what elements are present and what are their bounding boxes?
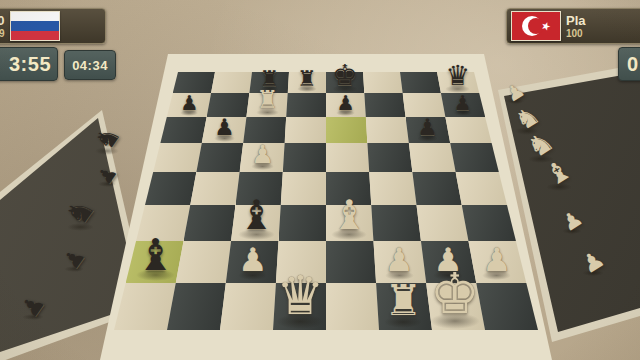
player-panel-left: yer-460 1089: [0, 8, 106, 44]
square-b8[interactable]: [211, 72, 252, 93]
square-h3[interactable]: [462, 205, 516, 241]
square-d3[interactable]: [279, 205, 326, 241]
piece-black-rook-d8[interactable]: ♜: [292, 68, 323, 90]
square-f6[interactable]: [366, 117, 409, 143]
white-secondary-clock: 04:34: [64, 50, 116, 80]
square-f7[interactable]: [364, 93, 405, 117]
player-left-name: yer-460: [0, 14, 5, 28]
square-a4[interactable]: [145, 172, 196, 205]
square-d5[interactable]: [283, 143, 326, 172]
player-left-rating: 1089: [0, 28, 5, 39]
piece-black-queen-h8[interactable]: ♛: [438, 62, 477, 90]
square-g5[interactable]: [409, 143, 456, 172]
player-right-name: Pla: [566, 14, 586, 28]
piece-white-queen-d1[interactable]: ♛: [263, 269, 338, 323]
black-clock: 0: [618, 47, 640, 81]
square-c6[interactable]: [243, 117, 286, 143]
square-h5[interactable]: [450, 143, 499, 172]
white-clock: 3:55: [0, 47, 58, 81]
square-a5[interactable]: [153, 143, 202, 172]
crescent-icon: [522, 16, 542, 36]
piece-black-king-e8[interactable]: ♚: [325, 61, 365, 90]
piece-black-bishop-c3[interactable]: ♝: [228, 195, 285, 235]
piece-black-bishop-a2[interactable]: ♝: [125, 233, 186, 277]
square-e6[interactable]: [326, 117, 367, 143]
square-a8[interactable]: [173, 72, 215, 93]
square-h6[interactable]: [445, 117, 491, 143]
square-a6[interactable]: [160, 117, 206, 143]
square-f3[interactable]: [371, 205, 421, 241]
piece-white-pawn-c5[interactable]: ♟: [245, 142, 280, 167]
square-g3[interactable]: [416, 205, 468, 241]
square-h4[interactable]: [456, 172, 507, 205]
russia-flag-icon: [10, 11, 60, 41]
square-e5[interactable]: [326, 143, 369, 172]
square-f5[interactable]: [367, 143, 412, 172]
piece-white-king-g1[interactable]: ♚: [416, 266, 494, 322]
square-b5[interactable]: [196, 143, 243, 172]
piece-white-rook-c7[interactable]: ♜: [250, 88, 285, 113]
square-d6[interactable]: [285, 117, 326, 143]
piece-white-bishop-e3[interactable]: ♝: [321, 195, 378, 235]
player-right-rating: 100: [566, 28, 583, 39]
square-b1[interactable]: [167, 283, 226, 330]
square-f8[interactable]: [363, 72, 403, 93]
game-screen: ♜♜♚♛♟♜♟♟♟♟♟♝♝♝♟♟♟♟♛♜♚ ♞♟♞♟♟♟♞♞♝♟♟ yer-46…: [0, 0, 640, 360]
piece-black-pawn-e7[interactable]: ♟: [331, 93, 360, 113]
player-panel-right: ★ Pla 100: [506, 8, 640, 44]
turkey-flag-icon: ★: [511, 11, 561, 41]
piece-black-pawn-h7[interactable]: ♟: [448, 93, 477, 113]
piece-black-pawn-g6[interactable]: ♟: [412, 116, 444, 139]
square-a1[interactable]: [114, 283, 176, 330]
square-g4[interactable]: [412, 172, 461, 205]
square-d7[interactable]: [286, 93, 326, 117]
square-g8[interactable]: [400, 72, 441, 93]
piece-black-pawn-b6[interactable]: ♟: [209, 116, 241, 139]
square-d4[interactable]: [281, 172, 326, 205]
piece-black-pawn-a7[interactable]: ♟: [175, 93, 204, 113]
